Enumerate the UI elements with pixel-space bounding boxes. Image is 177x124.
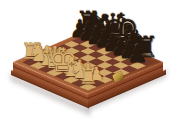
piece-black-pawn[interactable]: ♟ (126, 41, 148, 65)
piece-white-rook[interactable]: ♜ (78, 64, 98, 86)
chess-set-photo: ♜♞♝♛♚♝♞♜♟♟♟♟♟♟♟♟♟♟♟♟♟♟♟♟♜♞♝♛♚♝♞♜ (0, 0, 177, 124)
pieces-layer: ♜♞♝♛♚♝♞♜♟♟♟♟♟♟♟♟♟♟♟♟♟♟♟♟♜♞♝♛♚♝♞♜ (0, 0, 177, 124)
